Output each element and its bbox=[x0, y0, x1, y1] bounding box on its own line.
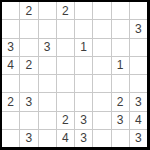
clue-cell-r8c4: 4 bbox=[57, 130, 74, 147]
empty-cell-r5c8[interactable] bbox=[130, 75, 147, 92]
empty-cell-r1c7[interactable] bbox=[112, 2, 129, 19]
empty-cell-r5c7[interactable] bbox=[112, 75, 129, 92]
clue-cell-r6c8: 3 bbox=[130, 93, 147, 110]
empty-cell-r1c8[interactable] bbox=[130, 2, 147, 19]
empty-cell-r4c3[interactable] bbox=[39, 57, 56, 74]
empty-cell-r7c6[interactable] bbox=[93, 112, 110, 129]
empty-cell-r5c1[interactable] bbox=[2, 75, 19, 92]
clue-cell-r6c7: 2 bbox=[112, 93, 129, 110]
clue-cell-r1c2: 2 bbox=[20, 2, 37, 19]
empty-cell-r1c3[interactable] bbox=[39, 2, 56, 19]
clue-cell-r4c7: 1 bbox=[112, 57, 129, 74]
empty-cell-r3c6[interactable] bbox=[93, 39, 110, 56]
empty-cell-r5c2[interactable] bbox=[20, 75, 37, 92]
empty-cell-r3c7[interactable] bbox=[112, 39, 129, 56]
clue-cell-r2c8: 3 bbox=[130, 20, 147, 37]
empty-cell-r5c5[interactable] bbox=[75, 75, 92, 92]
clue-cell-r1c4: 2 bbox=[57, 2, 74, 19]
empty-cell-r2c2[interactable] bbox=[20, 20, 37, 37]
clue-cell-r4c1: 4 bbox=[2, 57, 19, 74]
clue-cell-r7c8: 4 bbox=[130, 112, 147, 129]
puzzle-page: 223331421232323343433 bbox=[0, 0, 150, 150]
empty-cell-r1c6[interactable] bbox=[93, 2, 110, 19]
empty-cell-r2c6[interactable] bbox=[93, 20, 110, 37]
empty-cell-r2c7[interactable] bbox=[112, 20, 129, 37]
empty-cell-r6c6[interactable] bbox=[93, 93, 110, 110]
empty-cell-r5c4[interactable] bbox=[57, 75, 74, 92]
clue-cell-r7c7: 3 bbox=[112, 112, 129, 129]
empty-cell-r3c4[interactable] bbox=[57, 39, 74, 56]
empty-cell-r2c4[interactable] bbox=[57, 20, 74, 37]
empty-cell-r2c3[interactable] bbox=[39, 20, 56, 37]
empty-cell-r5c6[interactable] bbox=[93, 75, 110, 92]
empty-cell-r4c4[interactable] bbox=[57, 57, 74, 74]
empty-cell-r3c2[interactable] bbox=[20, 39, 37, 56]
empty-cell-r4c8[interactable] bbox=[130, 57, 147, 74]
empty-cell-r8c1[interactable] bbox=[2, 130, 19, 147]
empty-cell-r2c1[interactable] bbox=[2, 20, 19, 37]
empty-cell-r6c4[interactable] bbox=[57, 93, 74, 110]
empty-cell-r8c3[interactable] bbox=[39, 130, 56, 147]
minesweeper-board: 223331421232323343433 bbox=[0, 0, 150, 150]
empty-cell-r8c7[interactable] bbox=[112, 130, 129, 147]
empty-cell-r8c6[interactable] bbox=[93, 130, 110, 147]
empty-cell-r7c2[interactable] bbox=[20, 112, 37, 129]
clue-cell-r8c2: 3 bbox=[20, 130, 37, 147]
empty-cell-r4c5[interactable] bbox=[75, 57, 92, 74]
clue-cell-r8c5: 3 bbox=[75, 130, 92, 147]
empty-cell-r7c1[interactable] bbox=[2, 112, 19, 129]
clue-cell-r8c8: 3 bbox=[130, 130, 147, 147]
clue-cell-r6c2: 3 bbox=[20, 93, 37, 110]
clue-cell-r4c2: 2 bbox=[20, 57, 37, 74]
empty-cell-r3c8[interactable] bbox=[130, 39, 147, 56]
empty-cell-r6c5[interactable] bbox=[75, 93, 92, 110]
empty-cell-r1c5[interactable] bbox=[75, 2, 92, 19]
empty-cell-r7c3[interactable] bbox=[39, 112, 56, 129]
clue-cell-r3c1: 3 bbox=[2, 39, 19, 56]
clue-cell-r3c5: 1 bbox=[75, 39, 92, 56]
clue-cell-r7c4: 2 bbox=[57, 112, 74, 129]
empty-cell-r5c3[interactable] bbox=[39, 75, 56, 92]
empty-cell-r6c3[interactable] bbox=[39, 93, 56, 110]
empty-cell-r1c1[interactable] bbox=[2, 2, 19, 19]
clue-cell-r7c5: 3 bbox=[75, 112, 92, 129]
clue-cell-r3c3: 3 bbox=[39, 39, 56, 56]
empty-cell-r2c5[interactable] bbox=[75, 20, 92, 37]
empty-cell-r4c6[interactable] bbox=[93, 57, 110, 74]
clue-cell-r6c1: 2 bbox=[2, 93, 19, 110]
